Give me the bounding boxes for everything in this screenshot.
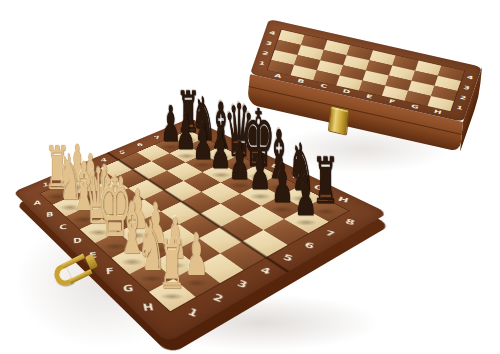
black-pawn-glyph: ♟ <box>249 145 271 198</box>
black-pawn-glyph: ♟ <box>229 134 251 187</box>
black-pawn-glyph: ♟ <box>295 169 318 224</box>
chess-set-product-photo: ABCDEFGH11223344 AABBCCDDEEFFGGHH1122334… <box>0 0 500 354</box>
black-pawn-glyph: ♟ <box>271 156 293 210</box>
white-pawn-glyph: ♟ <box>185 227 209 285</box>
white-rook-glyph: ♜ <box>158 231 186 298</box>
chess-pieces-layer: ♜♞♝♛♚♝♞♜♟♟♟♟♟♟♟♟♟♟♟♟♟♟♟♟♜♞♝♛♚♝♞♜ <box>0 0 500 354</box>
